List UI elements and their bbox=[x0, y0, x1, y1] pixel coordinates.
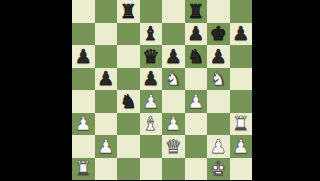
chess-board: ♜♜♝♟♚♟♟♛♟♞♟♟♟♞♞♞♟♟♟♝♟♜♟♛♟♟♜♚ bbox=[72, 0, 252, 180]
black-pawn-e6[interactable]: ♟ bbox=[165, 46, 182, 65]
square-c8[interactable]: ♜ bbox=[117, 0, 140, 23]
square-f3[interactable] bbox=[185, 113, 208, 136]
black-rook-f8[interactable]: ♜ bbox=[187, 1, 204, 20]
black-pawn-h7[interactable]: ♟ bbox=[232, 24, 249, 43]
square-a1[interactable]: ♜ bbox=[72, 158, 95, 181]
square-b6[interactable] bbox=[95, 45, 118, 68]
square-d5[interactable]: ♟ bbox=[140, 68, 163, 91]
square-g5[interactable]: ♞ bbox=[207, 68, 230, 91]
square-g7[interactable]: ♚ bbox=[207, 23, 230, 46]
square-f5[interactable] bbox=[185, 68, 208, 91]
square-h1[interactable] bbox=[230, 158, 253, 181]
black-king-g7[interactable]: ♚ bbox=[210, 24, 227, 43]
white-knight-e5[interactable]: ♞ bbox=[165, 69, 182, 88]
square-e2[interactable]: ♛ bbox=[162, 135, 185, 158]
white-pawn-h2[interactable]: ♟ bbox=[232, 136, 249, 155]
black-pawn-a6[interactable]: ♟ bbox=[75, 46, 92, 65]
app-window: ♜♜♝♟♚♟♟♛♟♞♟♟♟♞♞♞♟♟♟♝♟♜♟♛♟♟♜♚ bbox=[0, 0, 320, 180]
white-pawn-f4[interactable]: ♟ bbox=[187, 91, 204, 110]
square-b8[interactable] bbox=[95, 0, 118, 23]
square-h2[interactable]: ♟ bbox=[230, 135, 253, 158]
black-bishop-d7[interactable]: ♝ bbox=[142, 24, 159, 43]
square-f2[interactable] bbox=[185, 135, 208, 158]
square-c6[interactable] bbox=[117, 45, 140, 68]
square-a8[interactable] bbox=[72, 0, 95, 23]
square-e4[interactable] bbox=[162, 90, 185, 113]
square-c7[interactable] bbox=[117, 23, 140, 46]
square-e1[interactable] bbox=[162, 158, 185, 181]
black-queen-d6[interactable]: ♛ bbox=[142, 46, 159, 65]
black-pawn-d5[interactable]: ♟ bbox=[142, 69, 159, 88]
square-b1[interactable] bbox=[95, 158, 118, 181]
square-e7[interactable] bbox=[162, 23, 185, 46]
square-c5[interactable] bbox=[117, 68, 140, 91]
white-rook-h3[interactable]: ♜ bbox=[232, 114, 249, 133]
square-h3[interactable]: ♜ bbox=[230, 113, 253, 136]
square-c3[interactable] bbox=[117, 113, 140, 136]
square-a3[interactable]: ♟ bbox=[72, 113, 95, 136]
square-h8[interactable] bbox=[230, 0, 253, 23]
square-a6[interactable]: ♟ bbox=[72, 45, 95, 68]
white-rook-a1[interactable]: ♜ bbox=[75, 159, 92, 178]
square-b3[interactable] bbox=[95, 113, 118, 136]
square-h5[interactable] bbox=[230, 68, 253, 91]
square-g2[interactable]: ♟ bbox=[207, 135, 230, 158]
square-d2[interactable] bbox=[140, 135, 163, 158]
black-pawn-f7[interactable]: ♟ bbox=[187, 24, 204, 43]
square-g8[interactable] bbox=[207, 0, 230, 23]
square-e5[interactable]: ♞ bbox=[162, 68, 185, 91]
square-d1[interactable] bbox=[140, 158, 163, 181]
square-c2[interactable] bbox=[117, 135, 140, 158]
square-a5[interactable] bbox=[72, 68, 95, 91]
square-e6[interactable]: ♟ bbox=[162, 45, 185, 68]
square-g4[interactable] bbox=[207, 90, 230, 113]
white-pawn-b2[interactable]: ♟ bbox=[97, 136, 114, 155]
square-g6[interactable]: ♟ bbox=[207, 45, 230, 68]
black-knight-f6[interactable]: ♞ bbox=[187, 46, 204, 65]
square-a4[interactable] bbox=[72, 90, 95, 113]
square-h7[interactable]: ♟ bbox=[230, 23, 253, 46]
square-b2[interactable]: ♟ bbox=[95, 135, 118, 158]
square-e3[interactable]: ♟ bbox=[162, 113, 185, 136]
square-h4[interactable] bbox=[230, 90, 253, 113]
square-d4[interactable]: ♟ bbox=[140, 90, 163, 113]
square-f8[interactable]: ♜ bbox=[185, 0, 208, 23]
square-g3[interactable] bbox=[207, 113, 230, 136]
square-h6[interactable] bbox=[230, 45, 253, 68]
square-g1[interactable]: ♚ bbox=[207, 158, 230, 181]
square-b5[interactable]: ♟ bbox=[95, 68, 118, 91]
square-d8[interactable] bbox=[140, 0, 163, 23]
white-king-g1[interactable]: ♚ bbox=[210, 159, 227, 178]
white-pawn-g2[interactable]: ♟ bbox=[210, 136, 227, 155]
square-d3[interactable]: ♝ bbox=[140, 113, 163, 136]
black-pawn-b5[interactable]: ♟ bbox=[97, 69, 114, 88]
square-f1[interactable] bbox=[185, 158, 208, 181]
white-knight-g5[interactable]: ♞ bbox=[210, 69, 227, 88]
black-pawn-g6[interactable]: ♟ bbox=[210, 46, 227, 65]
black-rook-c8[interactable]: ♜ bbox=[120, 1, 137, 20]
black-knight-c4[interactable]: ♞ bbox=[120, 91, 137, 110]
white-pawn-a3[interactable]: ♟ bbox=[75, 114, 92, 133]
square-a2[interactable] bbox=[72, 135, 95, 158]
square-f7[interactable]: ♟ bbox=[185, 23, 208, 46]
white-bishop-d3[interactable]: ♝ bbox=[142, 114, 159, 133]
square-f4[interactable]: ♟ bbox=[185, 90, 208, 113]
white-pawn-e3[interactable]: ♟ bbox=[165, 114, 182, 133]
square-d7[interactable]: ♝ bbox=[140, 23, 163, 46]
square-c1[interactable] bbox=[117, 158, 140, 181]
square-b4[interactable] bbox=[95, 90, 118, 113]
square-d6[interactable]: ♛ bbox=[140, 45, 163, 68]
square-b7[interactable] bbox=[95, 23, 118, 46]
square-c4[interactable]: ♞ bbox=[117, 90, 140, 113]
white-pawn-d4[interactable]: ♟ bbox=[142, 91, 159, 110]
square-a7[interactable] bbox=[72, 23, 95, 46]
square-f6[interactable]: ♞ bbox=[185, 45, 208, 68]
square-e8[interactable] bbox=[162, 0, 185, 23]
white-queen-e2[interactable]: ♛ bbox=[165, 136, 182, 155]
